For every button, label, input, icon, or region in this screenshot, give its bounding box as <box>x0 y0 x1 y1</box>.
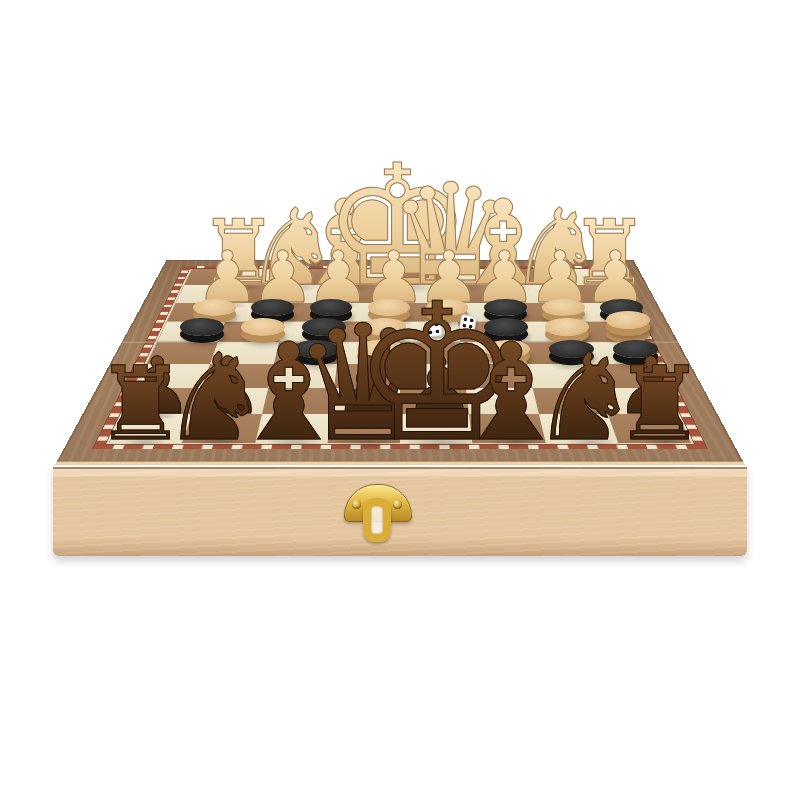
board-square <box>337 342 400 364</box>
board-square <box>192 388 267 414</box>
board-square <box>123 388 202 414</box>
board-square <box>184 269 244 285</box>
board-square <box>339 321 400 341</box>
board-square <box>147 342 218 364</box>
board-square <box>526 364 598 388</box>
board-square <box>532 388 607 414</box>
board-square <box>590 364 665 388</box>
board-square <box>238 269 296 285</box>
board-square <box>167 303 232 322</box>
board-square <box>452 269 508 285</box>
board-square <box>598 388 677 414</box>
board-square <box>512 303 575 322</box>
board-square <box>458 321 521 341</box>
board-square <box>400 321 461 341</box>
board-square <box>255 414 331 443</box>
board-square <box>346 269 400 285</box>
board-square <box>331 388 400 414</box>
board-square <box>400 269 454 285</box>
board-square <box>454 285 512 302</box>
board-square <box>582 342 653 364</box>
board-square <box>279 321 342 341</box>
board-square <box>158 321 226 341</box>
board-square <box>562 285 624 302</box>
board-square <box>456 303 516 322</box>
board-square <box>210 342 278 364</box>
board-square <box>327 414 400 443</box>
board-square <box>400 303 458 322</box>
board-square <box>232 285 292 302</box>
board-square <box>218 321 283 341</box>
board-square <box>400 342 463 364</box>
board-square <box>516 321 581 341</box>
board-fold-seam <box>121 341 678 343</box>
board-square <box>400 285 456 302</box>
board-square <box>136 364 211 388</box>
board-square <box>461 342 527 364</box>
clasp-screw-icon <box>352 500 361 509</box>
board-square <box>288 285 346 302</box>
board-square <box>556 269 616 285</box>
clasp-screw-icon <box>393 500 402 509</box>
board-square <box>538 414 617 443</box>
board-square <box>292 269 348 285</box>
board-square <box>284 303 344 322</box>
board-square <box>463 364 532 388</box>
board-square <box>508 285 568 302</box>
board-square <box>344 285 400 302</box>
board-square <box>400 388 469 414</box>
board-square <box>268 364 337 388</box>
board-square <box>469 414 545 443</box>
board-square <box>262 388 334 414</box>
scene: ♜♞♝♚♛♝♞♜♟♟♟♟♟♟♟♟♟♟♟♟♟♜♞♝♛♚♝♞♜ <box>0 0 800 800</box>
board-square <box>504 269 562 285</box>
board-square <box>400 414 473 443</box>
chess-board-grid <box>109 269 690 443</box>
clasp-loop <box>363 498 391 542</box>
board-square <box>575 321 643 341</box>
board-square <box>608 414 691 443</box>
board-square <box>342 303 400 322</box>
board-top-surface <box>55 260 745 465</box>
board-square <box>466 388 538 414</box>
board-square <box>182 414 261 443</box>
board-square <box>521 342 589 364</box>
product-photo-chess-set: ♜♞♝♚♛♝♞♜♟♟♟♟♟♟♟♟♟♟♟♟♟♜♞♝♛♚♝♞♜ <box>0 0 800 800</box>
board-square <box>274 342 340 364</box>
board-square <box>109 414 192 443</box>
board-square <box>202 364 274 388</box>
board-square <box>176 285 238 302</box>
board-square <box>225 303 288 322</box>
board-square <box>400 364 466 388</box>
board-square <box>334 364 400 388</box>
board-square <box>568 303 633 322</box>
